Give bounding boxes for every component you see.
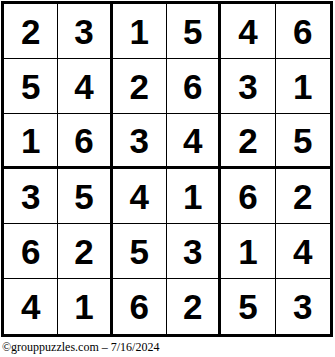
sudoku-cell-r3c2: 6	[58, 114, 112, 169]
sudoku-cell-r4c6: 2	[276, 169, 330, 224]
sudoku-cell-r4c1: 3	[4, 169, 58, 224]
sudoku-cell-r3c5: 2	[221, 114, 275, 169]
sudoku-cell-r2c1: 5	[4, 59, 58, 114]
sudoku-cell-r2c4: 6	[167, 59, 221, 114]
sudoku-cell-r2c6: 1	[276, 59, 330, 114]
sudoku-page: 231546542631163425354162625314416253 ©gr…	[0, 0, 335, 357]
sudoku-cell-r1c6: 6	[276, 4, 330, 59]
sudoku-cell-r4c2: 5	[58, 169, 112, 224]
sudoku-cell-r2c5: 3	[221, 59, 275, 114]
sudoku-cell-r4c5: 6	[221, 169, 275, 224]
sudoku-cell-r5c3: 5	[113, 224, 167, 279]
sudoku-cell-r3c6: 5	[276, 114, 330, 169]
sudoku-board: 231546542631163425354162625314416253	[1, 1, 333, 337]
sudoku-cell-r6c3: 6	[113, 279, 167, 334]
sudoku-cell-r5c2: 2	[58, 224, 112, 279]
sudoku-cell-r6c1: 4	[4, 279, 58, 334]
sudoku-cell-r6c2: 1	[58, 279, 112, 334]
sudoku-cell-r4c4: 1	[167, 169, 221, 224]
sudoku-cell-r3c1: 1	[4, 114, 58, 169]
sudoku-cell-r2c2: 4	[58, 59, 112, 114]
sudoku-cell-r6c5: 5	[221, 279, 275, 334]
sudoku-cell-r6c6: 3	[276, 279, 330, 334]
sudoku-cell-r1c2: 3	[58, 4, 112, 59]
sudoku-cell-r3c3: 3	[113, 114, 167, 169]
sudoku-cell-r3c4: 4	[167, 114, 221, 169]
sudoku-cell-r5c1: 6	[4, 224, 58, 279]
sudoku-cell-r5c4: 3	[167, 224, 221, 279]
sudoku-cell-r1c1: 2	[4, 4, 58, 59]
sudoku-cell-r5c6: 4	[276, 224, 330, 279]
copyright-footer: ©grouppuzzles.com – 7/16/2024	[2, 340, 159, 355]
sudoku-cell-r1c3: 1	[113, 4, 167, 59]
sudoku-cell-r2c3: 2	[113, 59, 167, 114]
sudoku-cell-r6c4: 2	[167, 279, 221, 334]
sudoku-cell-r1c4: 5	[167, 4, 221, 59]
sudoku-cell-r5c5: 1	[221, 224, 275, 279]
sudoku-cell-r4c3: 4	[113, 169, 167, 224]
sudoku-cell-r1c5: 4	[221, 4, 275, 59]
